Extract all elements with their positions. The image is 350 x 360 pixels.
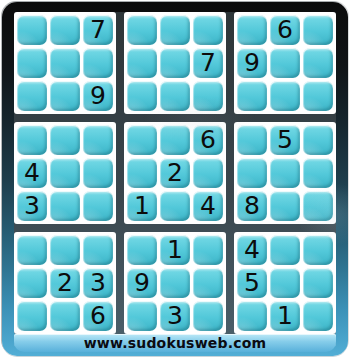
given-digit: 2 (57, 270, 73, 295)
cell-r3c2[interactable] (50, 81, 80, 111)
cell-r5c2[interactable] (50, 158, 80, 188)
box-8: 193 (124, 232, 226, 334)
cell-r5c6[interactable] (193, 158, 223, 188)
cell-r3c7[interactable] (237, 81, 267, 111)
cell-r6c1[interactable]: 3 (17, 191, 47, 221)
cell-r4c5[interactable] (160, 125, 190, 155)
cell-r1c8[interactable]: 6 (270, 15, 300, 45)
given-digit: 1 (277, 303, 293, 328)
cell-r7c7[interactable]: 4 (237, 235, 267, 265)
cell-r6c8[interactable] (270, 191, 300, 221)
cell-r8c2[interactable]: 2 (50, 268, 80, 298)
cell-r2c1[interactable] (17, 48, 47, 78)
cell-r9c5[interactable]: 3 (160, 301, 190, 331)
cell-r9c3[interactable]: 6 (83, 301, 113, 331)
cell-r6c6[interactable]: 4 (193, 191, 223, 221)
cell-r2c2[interactable] (50, 48, 80, 78)
cell-r3c1[interactable] (17, 81, 47, 111)
cell-r3c3[interactable]: 9 (83, 81, 113, 111)
given-digit: 4 (200, 193, 216, 218)
cell-r4c1[interactable] (17, 125, 47, 155)
box-2: 7 (124, 12, 226, 114)
given-digit: 3 (24, 193, 40, 218)
cell-r5c5[interactable]: 2 (160, 158, 190, 188)
cell-r5c1[interactable]: 4 (17, 158, 47, 188)
cell-r4c8[interactable]: 5 (270, 125, 300, 155)
cell-r5c9[interactable] (303, 158, 333, 188)
cell-r7c5[interactable]: 1 (160, 235, 190, 265)
box-5: 6214 (124, 122, 226, 224)
box-3: 69 (234, 12, 336, 114)
given-digit: 6 (277, 17, 293, 42)
cell-r7c4[interactable] (127, 235, 157, 265)
given-digit: 3 (90, 270, 106, 295)
cell-r6c3[interactable] (83, 191, 113, 221)
cell-r8c7[interactable]: 5 (237, 268, 267, 298)
board-frame: 7976943621458236193451 www.sudokusweb.co… (2, 2, 348, 356)
cell-r6c2[interactable] (50, 191, 80, 221)
cell-r2c3[interactable] (83, 48, 113, 78)
cell-r2c7[interactable]: 9 (237, 48, 267, 78)
cell-r7c2[interactable] (50, 235, 80, 265)
cell-r1c1[interactable] (17, 15, 47, 45)
box-4: 43 (14, 122, 116, 224)
cell-r4c3[interactable] (83, 125, 113, 155)
cell-r5c3[interactable] (83, 158, 113, 188)
box-1: 79 (14, 12, 116, 114)
cell-r8c6[interactable] (193, 268, 223, 298)
given-digit: 6 (200, 127, 216, 152)
cell-r4c4[interactable] (127, 125, 157, 155)
cell-r8c9[interactable] (303, 268, 333, 298)
given-digit: 4 (24, 160, 40, 185)
cell-r9c1[interactable] (17, 301, 47, 331)
cell-r3c5[interactable] (160, 81, 190, 111)
cell-r9c6[interactable] (193, 301, 223, 331)
cell-r8c3[interactable]: 3 (83, 268, 113, 298)
cell-r2c8[interactable] (270, 48, 300, 78)
cell-r8c8[interactable] (270, 268, 300, 298)
cell-r2c4[interactable] (127, 48, 157, 78)
cell-r9c9[interactable] (303, 301, 333, 331)
given-digit: 5 (244, 270, 260, 295)
given-digit: 4 (244, 237, 260, 262)
cell-r2c6[interactable]: 7 (193, 48, 223, 78)
cell-r3c9[interactable] (303, 81, 333, 111)
cell-r6c9[interactable] (303, 191, 333, 221)
cell-r9c7[interactable] (237, 301, 267, 331)
cell-r1c7[interactable] (237, 15, 267, 45)
cell-r7c6[interactable] (193, 235, 223, 265)
cell-r6c5[interactable] (160, 191, 190, 221)
cell-r1c3[interactable]: 7 (83, 15, 113, 45)
cell-r3c4[interactable] (127, 81, 157, 111)
given-digit: 9 (134, 270, 150, 295)
given-digit: 9 (90, 83, 106, 108)
cell-r7c8[interactable] (270, 235, 300, 265)
cell-r9c4[interactable] (127, 301, 157, 331)
cell-r1c9[interactable] (303, 15, 333, 45)
cell-r1c4[interactable] (127, 15, 157, 45)
given-digit: 1 (134, 193, 150, 218)
cell-r6c4[interactable]: 1 (127, 191, 157, 221)
cell-r6c7[interactable]: 8 (237, 191, 267, 221)
given-digit: 5 (277, 127, 293, 152)
box-9: 451 (234, 232, 336, 334)
cell-r1c2[interactable] (50, 15, 80, 45)
cell-r1c5[interactable] (160, 15, 190, 45)
given-digit: 2 (167, 160, 183, 185)
cell-r3c6[interactable] (193, 81, 223, 111)
cell-r5c7[interactable] (237, 158, 267, 188)
cell-r2c9[interactable] (303, 48, 333, 78)
page: 7976943621458236193451 www.sudokusweb.co… (0, 0, 350, 360)
given-digit: 7 (90, 17, 106, 42)
given-digit: 7 (200, 50, 216, 75)
cell-r4c2[interactable] (50, 125, 80, 155)
given-digit: 8 (244, 193, 260, 218)
cell-r4c6[interactable]: 6 (193, 125, 223, 155)
cell-r7c1[interactable] (17, 235, 47, 265)
cell-r7c9[interactable] (303, 235, 333, 265)
box-6: 58 (234, 122, 336, 224)
cell-r3c8[interactable] (270, 81, 300, 111)
given-digit: 6 (90, 303, 106, 328)
cell-r8c4[interactable]: 9 (127, 268, 157, 298)
cell-r7c3[interactable] (83, 235, 113, 265)
footer-bar: www.sudokusweb.com (14, 334, 336, 352)
cell-r4c9[interactable] (303, 125, 333, 155)
cell-r9c8[interactable]: 1 (270, 301, 300, 331)
cell-r5c4[interactable] (127, 158, 157, 188)
cell-r4c7[interactable] (237, 125, 267, 155)
cell-r9c2[interactable] (50, 301, 80, 331)
website-link[interactable]: www.sudokusweb.com (84, 335, 267, 351)
cell-r8c5[interactable] (160, 268, 190, 298)
cell-r5c8[interactable] (270, 158, 300, 188)
cell-r1c6[interactable] (193, 15, 223, 45)
given-digit: 1 (167, 237, 183, 262)
cell-r8c1[interactable] (17, 268, 47, 298)
box-7: 236 (14, 232, 116, 334)
cell-r2c5[interactable] (160, 48, 190, 78)
sudoku-board: 7976943621458236193451 (14, 12, 336, 334)
given-digit: 9 (244, 50, 260, 75)
given-digit: 3 (167, 303, 183, 328)
